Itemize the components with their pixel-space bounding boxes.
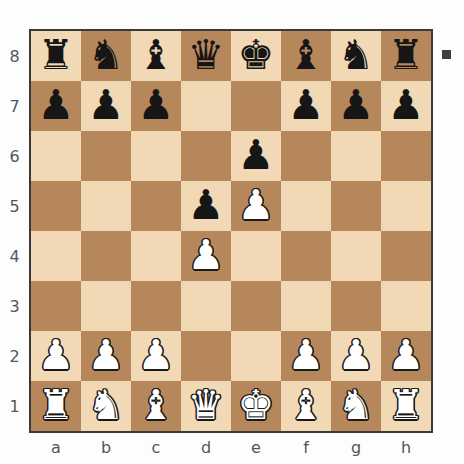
- square-a3[interactable]: [31, 281, 81, 331]
- black-pawn-d5[interactable]: ♟: [181, 181, 231, 231]
- black-rook-a8[interactable]: ♜: [31, 31, 81, 81]
- square-e4[interactable]: [231, 231, 281, 281]
- square-a6[interactable]: [31, 131, 81, 181]
- square-h2[interactable]: ♟: [381, 331, 431, 381]
- square-d8[interactable]: ♛: [181, 31, 231, 81]
- file-labels: abcdefgh: [31, 433, 431, 461]
- square-g3[interactable]: [331, 281, 381, 331]
- square-a8[interactable]: ♜: [31, 31, 81, 81]
- square-e8[interactable]: ♚: [231, 31, 281, 81]
- black-pawn-f7[interactable]: ♟: [281, 81, 331, 131]
- square-h8[interactable]: ♜: [381, 31, 431, 81]
- white-pawn-a2[interactable]: ♟: [31, 331, 81, 381]
- square-g7[interactable]: ♟: [331, 81, 381, 131]
- square-e2[interactable]: [231, 331, 281, 381]
- square-b4[interactable]: [81, 231, 131, 281]
- square-c5[interactable]: [131, 181, 181, 231]
- white-bishop-f1[interactable]: ♝: [281, 381, 331, 431]
- square-f4[interactable]: [281, 231, 331, 281]
- white-queen-d1[interactable]: ♛: [181, 381, 231, 431]
- square-b5[interactable]: [81, 181, 131, 231]
- black-pawn-h7[interactable]: ♟: [381, 81, 431, 131]
- white-pawn-d4[interactable]: ♟: [181, 231, 231, 281]
- square-h4[interactable]: [381, 231, 431, 281]
- rank-label-8: 8: [0, 31, 29, 81]
- file-label-e: e: [231, 433, 281, 461]
- white-knight-b1[interactable]: ♞: [81, 381, 131, 431]
- square-d1[interactable]: ♛: [181, 381, 231, 431]
- square-a1[interactable]: ♜: [31, 381, 81, 431]
- file-label-a: a: [31, 433, 81, 461]
- square-b8[interactable]: ♞: [81, 31, 131, 81]
- square-c8[interactable]: ♝: [131, 31, 181, 81]
- square-b3[interactable]: [81, 281, 131, 331]
- square-e1[interactable]: ♚: [231, 381, 281, 431]
- square-f6[interactable]: [281, 131, 331, 181]
- square-a4[interactable]: [31, 231, 81, 281]
- rank-label-5: 5: [0, 181, 29, 231]
- square-d4[interactable]: ♟: [181, 231, 231, 281]
- file-label-f: f: [281, 433, 331, 461]
- black-king-e8[interactable]: ♚: [231, 31, 281, 81]
- black-pawn-e6[interactable]: ♟: [231, 131, 281, 181]
- rank-label-3: 3: [0, 281, 29, 331]
- black-bishop-c8[interactable]: ♝: [131, 31, 181, 81]
- white-knight-g1[interactable]: ♞: [331, 381, 381, 431]
- file-label-b: b: [81, 433, 131, 461]
- white-king-e1[interactable]: ♚: [231, 381, 281, 431]
- black-queen-d8[interactable]: ♛: [181, 31, 231, 81]
- square-f7[interactable]: ♟: [281, 81, 331, 131]
- side-to-move-indicator: [442, 50, 451, 59]
- square-f2[interactable]: ♟: [281, 331, 331, 381]
- square-a2[interactable]: ♟: [31, 331, 81, 381]
- square-e3[interactable]: [231, 281, 281, 331]
- file-label-h: h: [381, 433, 431, 461]
- square-f3[interactable]: [281, 281, 331, 331]
- black-knight-g8[interactable]: ♞: [331, 31, 381, 81]
- square-g1[interactable]: ♞: [331, 381, 381, 431]
- rank-label-2: 2: [0, 331, 29, 381]
- square-e6[interactable]: ♟: [231, 131, 281, 181]
- square-c4[interactable]: [131, 231, 181, 281]
- black-rook-h8[interactable]: ♜: [381, 31, 431, 81]
- chess-app: 87654321 ♜♞♝♛♚♝♞♜♟♟♟♟♟♟♟♟♟♟♟♟♟♟♟♟♜♞♝♛♚♝♞…: [0, 0, 464, 464]
- square-e7[interactable]: [231, 81, 281, 131]
- square-g4[interactable]: [331, 231, 381, 281]
- square-g2[interactable]: ♟: [331, 331, 381, 381]
- file-label-g: g: [331, 433, 381, 461]
- square-d5[interactable]: ♟: [181, 181, 231, 231]
- black-pawn-a7[interactable]: ♟: [31, 81, 81, 131]
- square-c6[interactable]: [131, 131, 181, 181]
- file-label-d: d: [181, 433, 231, 461]
- black-knight-b8[interactable]: ♞: [81, 31, 131, 81]
- rank-label-7: 7: [0, 81, 29, 131]
- rank-labels: 87654321: [0, 31, 29, 431]
- square-b6[interactable]: [81, 131, 131, 181]
- rank-label-4: 4: [0, 231, 29, 281]
- white-bishop-c1[interactable]: ♝: [131, 381, 181, 431]
- chess-board: ♜♞♝♛♚♝♞♜♟♟♟♟♟♟♟♟♟♟♟♟♟♟♟♟♜♞♝♛♚♝♞♜: [29, 29, 433, 433]
- square-d6[interactable]: [181, 131, 231, 181]
- white-pawn-h2[interactable]: ♟: [381, 331, 431, 381]
- square-f5[interactable]: [281, 181, 331, 231]
- white-pawn-g2[interactable]: ♟: [331, 331, 381, 381]
- black-pawn-c7[interactable]: ♟: [131, 81, 181, 131]
- square-b7[interactable]: ♟: [81, 81, 131, 131]
- white-pawn-b2[interactable]: ♟: [81, 331, 131, 381]
- square-g6[interactable]: [331, 131, 381, 181]
- black-pawn-b7[interactable]: ♟: [81, 81, 131, 131]
- square-g5[interactable]: [331, 181, 381, 231]
- black-pawn-g7[interactable]: ♟: [331, 81, 381, 131]
- square-a7[interactable]: ♟: [31, 81, 81, 131]
- file-label-c: c: [131, 433, 181, 461]
- square-h1[interactable]: ♜: [381, 381, 431, 431]
- square-d3[interactable]: [181, 281, 231, 331]
- square-b1[interactable]: ♞: [81, 381, 131, 431]
- square-c3[interactable]: [131, 281, 181, 331]
- square-e5[interactable]: ♟: [231, 181, 281, 231]
- rank-label-6: 6: [0, 131, 29, 181]
- square-h5[interactable]: [381, 181, 431, 231]
- white-rook-h1[interactable]: ♜: [381, 381, 431, 431]
- square-c1[interactable]: ♝: [131, 381, 181, 431]
- square-h3[interactable]: [381, 281, 431, 331]
- square-h6[interactable]: [381, 131, 431, 181]
- square-f1[interactable]: ♝: [281, 381, 331, 431]
- square-d2[interactable]: [181, 331, 231, 381]
- rank-label-1: 1: [0, 381, 29, 431]
- square-f8[interactable]: ♝: [281, 31, 331, 81]
- black-bishop-f8[interactable]: ♝: [281, 31, 331, 81]
- square-c7[interactable]: ♟: [131, 81, 181, 131]
- white-rook-a1[interactable]: ♜: [31, 381, 81, 431]
- white-pawn-f2[interactable]: ♟: [281, 331, 331, 381]
- square-c2[interactable]: ♟: [131, 331, 181, 381]
- square-d7[interactable]: [181, 81, 231, 131]
- square-h7[interactable]: ♟: [381, 81, 431, 131]
- square-b2[interactable]: ♟: [81, 331, 131, 381]
- white-pawn-c2[interactable]: ♟: [131, 331, 181, 381]
- square-g8[interactable]: ♞: [331, 31, 381, 81]
- square-a5[interactable]: [31, 181, 81, 231]
- white-pawn-e5[interactable]: ♟: [231, 181, 281, 231]
